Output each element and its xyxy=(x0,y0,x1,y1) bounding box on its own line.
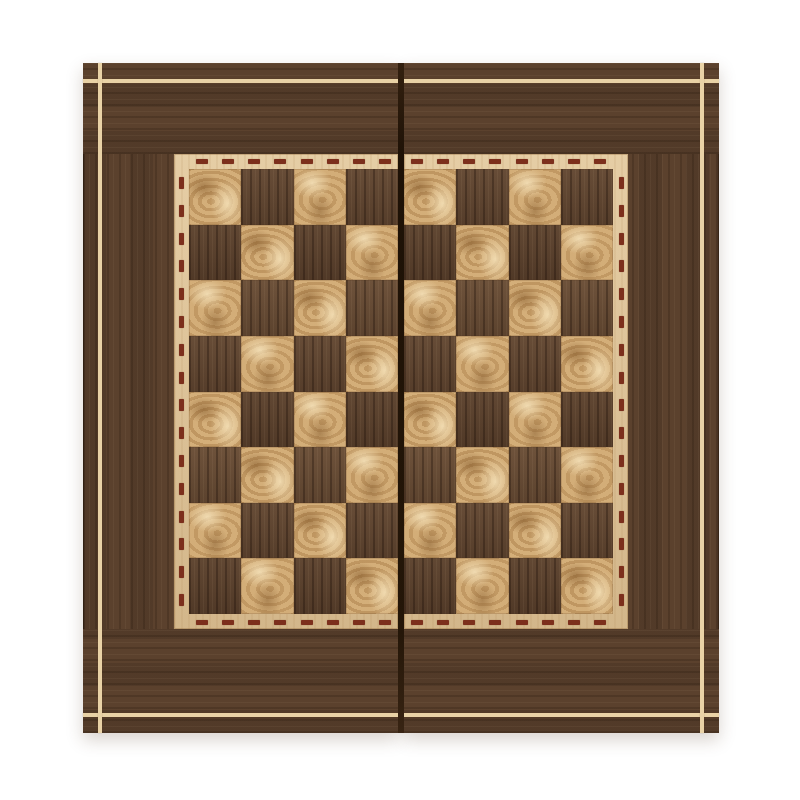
dash-strip-top xyxy=(404,158,613,164)
square-b4[interactable] xyxy=(241,392,293,448)
square-e2[interactable] xyxy=(404,503,456,559)
square-d2[interactable] xyxy=(346,503,398,559)
inlay-dash xyxy=(568,620,580,625)
square-a4[interactable] xyxy=(189,392,241,448)
inlay-dash xyxy=(516,159,528,164)
inlay-dash xyxy=(179,538,184,550)
inlay-dash xyxy=(463,159,475,164)
inlay-dash xyxy=(619,427,624,439)
square-a1[interactable] xyxy=(189,558,241,614)
square-d6[interactable] xyxy=(346,280,398,336)
inlay-line-left xyxy=(98,63,102,733)
inlay-dash xyxy=(437,620,449,625)
square-f4[interactable] xyxy=(456,392,508,448)
square-c4[interactable] xyxy=(294,392,346,448)
inlay-dash xyxy=(179,455,184,467)
inlay-dash xyxy=(196,620,208,625)
square-f6[interactable] xyxy=(456,280,508,336)
inlay-dash xyxy=(274,159,286,164)
inlay-dash xyxy=(411,620,423,625)
dash-strip-right xyxy=(618,169,624,614)
square-b5[interactable] xyxy=(241,336,293,392)
dash-strip-top xyxy=(189,158,398,164)
inlay-dash xyxy=(353,159,365,164)
square-c8[interactable] xyxy=(294,169,346,225)
square-e6[interactable] xyxy=(404,280,456,336)
inlay-dash xyxy=(568,159,580,164)
board-grid-left xyxy=(189,169,398,614)
inlay-line-top xyxy=(83,79,398,83)
inlay-dash xyxy=(411,159,423,164)
inlay-line-bottom xyxy=(83,713,398,717)
inlay-dash xyxy=(489,159,501,164)
square-b8[interactable] xyxy=(241,169,293,225)
square-e4[interactable] xyxy=(404,392,456,448)
product-photo-background xyxy=(0,0,800,800)
inlay-dash xyxy=(619,177,624,189)
inlay-dash xyxy=(619,594,624,606)
inlay-dash xyxy=(542,159,554,164)
square-g4[interactable] xyxy=(509,392,561,448)
square-g1[interactable] xyxy=(509,558,561,614)
square-h6[interactable] xyxy=(561,280,613,336)
inlay-dash xyxy=(489,620,501,625)
inlay-dash xyxy=(301,620,313,625)
inlay-dash xyxy=(179,316,184,328)
square-b3[interactable] xyxy=(241,447,293,503)
inlay-dash xyxy=(179,372,184,384)
inlay-dash xyxy=(179,233,184,245)
square-a5[interactable] xyxy=(189,336,241,392)
inlay-dash xyxy=(248,620,260,625)
inlay-dash xyxy=(619,233,624,245)
square-f5[interactable] xyxy=(456,336,508,392)
frame-top-band xyxy=(404,63,719,154)
inlay-dash xyxy=(248,159,260,164)
inlay-dash xyxy=(327,620,339,625)
inlay-dash xyxy=(619,566,624,578)
square-c5[interactable] xyxy=(294,336,346,392)
inlay-dash xyxy=(619,511,624,523)
square-d7[interactable] xyxy=(346,225,398,281)
inlay-dash xyxy=(179,344,184,356)
square-h8[interactable] xyxy=(561,169,613,225)
square-a8[interactable] xyxy=(189,169,241,225)
inlay-dash xyxy=(619,344,624,356)
square-c6[interactable] xyxy=(294,280,346,336)
square-h4[interactable] xyxy=(561,392,613,448)
square-g8[interactable] xyxy=(509,169,561,225)
inlay-dash xyxy=(353,620,365,625)
square-f8[interactable] xyxy=(456,169,508,225)
square-d5[interactable] xyxy=(346,336,398,392)
inlay-dash xyxy=(179,594,184,606)
inlay-dash xyxy=(516,620,528,625)
inlay-dash xyxy=(179,260,184,272)
frame-bottom-band xyxy=(83,629,398,733)
square-f3[interactable] xyxy=(456,447,508,503)
square-h5[interactable] xyxy=(561,336,613,392)
square-d4[interactable] xyxy=(346,392,398,448)
inlay-dash xyxy=(379,620,391,625)
inlay-dash xyxy=(594,159,606,164)
inlay-dash xyxy=(222,159,234,164)
inlay-dash xyxy=(619,372,624,384)
inlay-dash xyxy=(619,399,624,411)
square-h2[interactable] xyxy=(561,503,613,559)
inlay-line-bottom xyxy=(404,713,719,717)
inlay-dash xyxy=(179,399,184,411)
board-grid-right xyxy=(404,169,613,614)
inlay-dash xyxy=(301,159,313,164)
square-c3[interactable] xyxy=(294,447,346,503)
inlay-dash xyxy=(619,316,624,328)
inlay-dash xyxy=(463,620,475,625)
square-b1[interactable] xyxy=(241,558,293,614)
board-right-half xyxy=(404,63,719,733)
square-h7[interactable] xyxy=(561,225,613,281)
square-a2[interactable] xyxy=(189,503,241,559)
dash-strip-bottom xyxy=(404,619,613,625)
square-a3[interactable] xyxy=(189,447,241,503)
inlay-dash xyxy=(619,205,624,217)
square-d8[interactable] xyxy=(346,169,398,225)
inlay-dash xyxy=(179,566,184,578)
inlay-dash xyxy=(274,620,286,625)
hinge-seam xyxy=(398,63,404,733)
inlay-dash xyxy=(594,620,606,625)
inlay-dash xyxy=(542,620,554,625)
square-e7[interactable] xyxy=(404,225,456,281)
dashed-border-left xyxy=(174,154,398,629)
square-b2[interactable] xyxy=(241,503,293,559)
square-b7[interactable] xyxy=(241,225,293,281)
square-a7[interactable] xyxy=(189,225,241,281)
square-g2[interactable] xyxy=(509,503,561,559)
inlay-dash xyxy=(179,205,184,217)
inlay-dash xyxy=(437,159,449,164)
square-g3[interactable] xyxy=(509,447,561,503)
square-e1[interactable] xyxy=(404,558,456,614)
inlay-dash xyxy=(179,511,184,523)
square-d3[interactable] xyxy=(346,447,398,503)
dash-strip-bottom xyxy=(189,619,398,625)
board-left-half xyxy=(83,63,398,733)
inlay-dash xyxy=(327,159,339,164)
frame-top-band xyxy=(83,63,398,154)
square-e8[interactable] xyxy=(404,169,456,225)
square-h3[interactable] xyxy=(561,447,613,503)
square-c1[interactable] xyxy=(294,558,346,614)
square-g5[interactable] xyxy=(509,336,561,392)
square-c2[interactable] xyxy=(294,503,346,559)
inlay-dash xyxy=(179,483,184,495)
inlay-line-right xyxy=(700,63,704,733)
dashed-border-right xyxy=(404,154,628,629)
dash-strip-left xyxy=(178,169,184,614)
square-g6[interactable] xyxy=(509,280,561,336)
inlay-line-top xyxy=(404,79,719,83)
square-d1[interactable] xyxy=(346,558,398,614)
inlay-dash xyxy=(196,159,208,164)
square-h1[interactable] xyxy=(561,558,613,614)
square-e5[interactable] xyxy=(404,336,456,392)
inlay-dash xyxy=(619,260,624,272)
square-g7[interactable] xyxy=(509,225,561,281)
inlay-dash xyxy=(619,538,624,550)
square-f1[interactable] xyxy=(456,558,508,614)
square-f7[interactable] xyxy=(456,225,508,281)
frame-bottom-band xyxy=(404,629,719,733)
inlay-dash xyxy=(379,159,391,164)
inlay-dash xyxy=(222,620,234,625)
inlay-dash xyxy=(179,288,184,300)
square-b6[interactable] xyxy=(241,280,293,336)
inlay-dash xyxy=(179,427,184,439)
inlay-dash xyxy=(619,455,624,467)
square-f2[interactable] xyxy=(456,503,508,559)
inlay-dash xyxy=(179,177,184,189)
square-c7[interactable] xyxy=(294,225,346,281)
square-a6[interactable] xyxy=(189,280,241,336)
square-e3[interactable] xyxy=(404,447,456,503)
inlay-dash xyxy=(619,483,624,495)
folding-chessboard xyxy=(83,63,719,733)
inlay-dash xyxy=(619,288,624,300)
